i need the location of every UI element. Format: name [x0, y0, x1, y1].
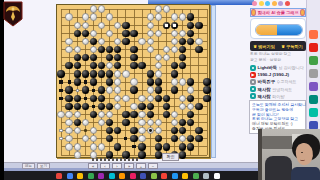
black-stone[interactable] [147, 103, 154, 110]
black-territory-marker[interactable] [132, 145, 135, 148]
white-stone[interactable] [171, 46, 178, 53]
black-stone[interactable] [187, 95, 194, 102]
confirm-button[interactable]: 확인 [162, 153, 179, 161]
white-stone[interactable] [138, 135, 145, 142]
white-stone[interactable] [114, 78, 121, 85]
white-stone[interactable] [147, 38, 154, 45]
black-stone[interactable] [65, 62, 72, 69]
white-stone[interactable] [65, 143, 72, 150]
white-territory-marker[interactable] [76, 89, 79, 92]
black-stone[interactable] [130, 30, 137, 37]
white-stone[interactable] [106, 86, 113, 93]
white-stone[interactable] [130, 78, 137, 85]
black-stone[interactable] [195, 103, 202, 110]
white-stone[interactable] [155, 62, 162, 69]
black-stone[interactable] [179, 151, 186, 158]
black-stone[interactable] [98, 46, 105, 53]
white-stone[interactable] [82, 13, 89, 20]
white-stone[interactable] [147, 95, 154, 102]
white-territory-marker[interactable] [59, 129, 62, 132]
black-stone[interactable] [155, 86, 162, 93]
subtext-line: 광고 문의 · 설명란 [250, 58, 306, 64]
winrate-gauge-box [250, 18, 306, 39]
sidebar-app-icon[interactable] [309, 30, 318, 39]
black-stone[interactable] [90, 38, 97, 45]
white-stone[interactable] [65, 111, 72, 118]
black-stone[interactable] [195, 135, 202, 142]
white-stone[interactable] [74, 151, 81, 158]
white-stone[interactable] [114, 70, 121, 77]
white-stone[interactable] [179, 78, 186, 85]
white-stone[interactable] [90, 46, 97, 53]
black-stone[interactable] [147, 78, 154, 85]
black-stone[interactable] [163, 95, 170, 102]
black-stone[interactable] [187, 119, 194, 126]
black-stone[interactable] [203, 86, 210, 93]
black-stone[interactable] [179, 46, 186, 53]
black-stone[interactable] [65, 103, 72, 110]
white-stone[interactable] [155, 70, 162, 77]
white-stone[interactable] [114, 103, 121, 110]
black-stone[interactable] [179, 62, 186, 69]
white-stone[interactable] [147, 13, 154, 20]
white-stone[interactable] [179, 135, 186, 142]
white-stone[interactable] [98, 22, 105, 29]
board-side-scrollbar[interactable] [211, 5, 216, 158]
taskbar-app-icon[interactable] [151, 173, 157, 179]
white-stone[interactable] [171, 111, 178, 118]
black-stone[interactable] [114, 62, 121, 69]
title-emoji-icons [252, 1, 290, 7]
black-stone[interactable] [90, 70, 97, 77]
nav-button[interactable]: ‹ [100, 163, 110, 169]
chat-row[interactable]: 왜사람안녕하세요 [250, 86, 306, 93]
white-stone[interactable] [65, 135, 72, 142]
taskbar-app-icon[interactable] [98, 173, 104, 179]
white-stone[interactable] [90, 30, 97, 37]
white-stone[interactable] [106, 30, 113, 37]
white-stone[interactable] [65, 38, 72, 45]
white-stone[interactable] [106, 111, 113, 118]
white-stone[interactable] [65, 46, 72, 53]
black-territory-marker[interactable] [59, 80, 62, 83]
move-navigation[interactable]: «‹›»+− [88, 163, 158, 169]
black-stone[interactable] [82, 70, 89, 77]
black-stone[interactable] [130, 86, 137, 93]
taskbar-app-icon[interactable] [119, 173, 125, 179]
black-territory-marker[interactable] [84, 80, 87, 83]
white-stone[interactable] [122, 70, 129, 77]
sidebar-app-icon[interactable] [309, 108, 318, 117]
chat-row[interactable]: 바둑친구수고하세요 [250, 78, 306, 85]
black-stone[interactable] [187, 13, 194, 20]
black-territory-marker[interactable] [68, 80, 71, 83]
black-stone[interactable] [65, 95, 72, 102]
black-stone[interactable] [138, 151, 145, 158]
black-stone[interactable] [195, 127, 202, 134]
white-stone[interactable] [138, 119, 145, 126]
white-stone[interactable] [90, 143, 97, 150]
white-stone[interactable] [82, 135, 89, 142]
nav-button[interactable]: − [148, 163, 158, 169]
nav-button[interactable]: › [112, 163, 122, 169]
chat-message: 화이팅! [272, 94, 285, 99]
white-stone[interactable] [179, 30, 186, 37]
menu-button[interactable]: 메뉴 [22, 163, 35, 169]
taskbar-app-icon[interactable] [193, 173, 199, 179]
black-stone[interactable] [57, 70, 64, 77]
white-stone[interactable] [138, 127, 145, 134]
taskbar-app-icon[interactable] [130, 173, 136, 179]
white-stone[interactable] [155, 127, 162, 134]
white-stone[interactable] [98, 143, 105, 150]
black-stone[interactable] [114, 143, 121, 150]
person-body [291, 167, 320, 180]
taskbar-app-icon[interactable] [172, 173, 178, 179]
black-stone[interactable] [90, 95, 97, 102]
black-stone[interactable] [106, 103, 113, 110]
chair-back [265, 156, 292, 180]
black-stone[interactable] [187, 135, 194, 142]
view-button[interactable]: 보기 [37, 163, 50, 169]
status-mark [108, 158, 110, 161]
black-stone[interactable] [179, 119, 186, 126]
black-stone[interactable] [155, 135, 162, 142]
white-stone[interactable] [74, 22, 81, 29]
black-stone[interactable] [163, 111, 170, 118]
status-mark [104, 158, 106, 161]
sidebar-app-icon[interactable] [309, 95, 318, 104]
black-stone[interactable] [195, 46, 202, 53]
black-stone[interactable] [90, 62, 97, 69]
white-stone[interactable] [171, 30, 178, 37]
white-stone[interactable] [65, 13, 72, 20]
white-stone[interactable] [179, 95, 186, 102]
go-board[interactable] [56, 4, 210, 158]
black-stone[interactable] [187, 111, 194, 118]
white-stone[interactable] [98, 5, 105, 12]
taskbar-app-icon[interactable] [140, 173, 146, 179]
status-mark [100, 158, 102, 161]
black-stone[interactable] [106, 46, 113, 53]
black-stone[interactable] [163, 103, 170, 110]
black-stone[interactable] [90, 111, 97, 118]
cta-bar: ♛ 멤버가입 ♛ 구독하기 [250, 41, 306, 51]
status-mark [116, 158, 118, 161]
black-stone[interactable] [74, 119, 81, 126]
chat-username: 왜사람 [258, 94, 271, 99]
white-stone[interactable] [90, 127, 97, 134]
black-stone[interactable] [82, 30, 89, 37]
white-stone[interactable] [90, 135, 97, 142]
black-stone[interactable] [171, 127, 178, 134]
chat-username: Light바둑 [258, 65, 278, 70]
white-stone[interactable] [74, 127, 81, 134]
winrate-header: 힘내라 AI 승률 그래프 [250, 8, 306, 17]
black-territory-marker[interactable] [59, 97, 62, 100]
white-stone[interactable] [163, 46, 170, 53]
white-stone[interactable] [57, 111, 64, 118]
sidebar-app-icon[interactable] [309, 56, 318, 65]
white-stone[interactable] [114, 95, 121, 102]
member-badge-icon [250, 86, 256, 92]
black-stone[interactable] [106, 78, 113, 85]
black-stone[interactable] [179, 127, 186, 134]
black-stone[interactable] [82, 103, 89, 110]
black-stone[interactable] [179, 38, 186, 45]
taskbar-app-icon[interactable] [203, 173, 209, 179]
nav-button[interactable]: » [124, 163, 134, 169]
subscribe-button[interactable]: ♛ 구독하기 [281, 44, 303, 49]
white-stone[interactable] [74, 111, 81, 118]
person-smile [300, 158, 305, 161]
title-emoji-icon[interactable] [252, 1, 257, 6]
white-stone[interactable] [138, 38, 145, 45]
black-stone[interactable] [203, 95, 210, 102]
black-stone[interactable] [155, 78, 162, 85]
black-stone[interactable] [171, 70, 178, 77]
white-stone[interactable] [179, 13, 186, 20]
chat-row[interactable]: 왜사람화이팅! [250, 93, 306, 100]
black-stone[interactable] [147, 70, 154, 77]
black-stone[interactable] [171, 86, 178, 93]
dead-stone-marker[interactable] [173, 24, 176, 27]
white-stone[interactable] [155, 30, 162, 37]
white-stone[interactable] [138, 111, 145, 118]
black-stone[interactable] [106, 70, 113, 77]
title-emoji-icon[interactable] [265, 1, 270, 6]
white-stone[interactable] [138, 95, 145, 102]
status-mark [96, 158, 98, 161]
white-stone[interactable] [155, 119, 162, 126]
white-stone[interactable] [106, 62, 113, 69]
membership-button[interactable]: ♛ 멤버가입 [253, 44, 275, 49]
white-stone[interactable] [147, 119, 154, 126]
status-mark [136, 158, 138, 161]
white-stone[interactable] [171, 38, 178, 45]
panel-subtext: 후원 안내는 설명란 참고 광고 문의 · 설명란 [250, 52, 306, 63]
grid-line [166, 9, 167, 155]
black-stone[interactable] [138, 143, 145, 150]
black-stone[interactable] [130, 127, 137, 134]
mascot-icon [300, 9, 305, 16]
white-stone[interactable] [187, 103, 194, 110]
white-stone[interactable] [187, 86, 194, 93]
winrate-title: 힘내라 AI 승률 그래프 [257, 10, 298, 15]
black-stone[interactable] [195, 22, 202, 29]
white-stone[interactable] [163, 54, 170, 61]
black-stone[interactable] [147, 111, 154, 118]
white-stone[interactable] [114, 22, 121, 29]
white-stone[interactable] [98, 111, 105, 118]
white-stone[interactable] [155, 54, 162, 61]
black-stone[interactable] [179, 143, 186, 150]
white-stone[interactable] [82, 119, 89, 126]
white-stone[interactable] [122, 95, 129, 102]
white-territory-marker[interactable] [59, 137, 62, 140]
title-emoji-icon[interactable] [285, 1, 290, 6]
white-stone[interactable] [98, 38, 105, 45]
black-stone[interactable] [106, 119, 113, 126]
black-stone[interactable] [74, 70, 81, 77]
black-stone[interactable] [98, 70, 105, 77]
black-stone[interactable] [90, 78, 97, 85]
white-stone[interactable] [147, 86, 154, 93]
move-marker[interactable] [149, 129, 152, 132]
black-stone[interactable] [187, 78, 194, 85]
chat-username: 바둑친구 [258, 79, 276, 84]
black-territory-marker[interactable] [84, 97, 87, 100]
title-emoji-icon[interactable] [259, 1, 264, 6]
winrate-blue-bar [277, 25, 302, 35]
mascot-icon [251, 9, 256, 16]
white-stone[interactable] [155, 5, 162, 12]
white-stone[interactable] [179, 103, 186, 110]
black-stone[interactable] [130, 46, 137, 53]
taskbar-app-icon[interactable] [182, 173, 188, 179]
white-stone[interactable] [90, 5, 97, 12]
black-stone[interactable] [98, 103, 105, 110]
nav-button[interactable]: + [136, 163, 146, 169]
black-territory-marker[interactable] [92, 105, 95, 108]
black-stone[interactable] [155, 151, 162, 158]
black-stone[interactable] [203, 78, 210, 85]
black-stone[interactable] [163, 143, 170, 150]
black-stone[interactable] [114, 127, 121, 134]
title-emoji-icon[interactable] [272, 1, 277, 6]
chat-username: 왜사람 [258, 87, 271, 92]
white-stone[interactable] [74, 143, 81, 150]
white-stone[interactable] [171, 13, 178, 20]
white-stone[interactable] [65, 119, 72, 126]
white-stone[interactable] [155, 13, 162, 20]
black-stone[interactable] [122, 30, 129, 37]
white-stone[interactable] [163, 5, 170, 12]
white-stone[interactable] [147, 46, 154, 53]
black-stone[interactable] [74, 30, 81, 37]
black-territory-marker[interactable] [59, 89, 62, 92]
white-stone[interactable] [114, 86, 121, 93]
black-stone[interactable] [122, 119, 129, 126]
black-stone[interactable] [187, 38, 194, 45]
chat-message: 안녕하세요 [272, 87, 292, 92]
white-stone[interactable] [114, 38, 121, 45]
black-stone[interactable] [155, 143, 162, 150]
black-stone[interactable] [74, 103, 81, 110]
black-stone[interactable] [171, 135, 178, 142]
black-stone[interactable] [138, 62, 145, 69]
status-mark [124, 158, 126, 161]
right-toolbar-icons [309, 30, 318, 130]
dead-stone-marker[interactable] [165, 24, 168, 27]
chat-row[interactable]: ▶1990-J (1990-J) [250, 71, 306, 78]
black-stone[interactable] [187, 22, 194, 29]
nav-button[interactable]: « [88, 163, 98, 169]
black-stone[interactable] [82, 54, 89, 61]
chat-list[interactable]: Light바둑님 감사합니다▶1990-J (1990-J)바둑친구수고하세요왜… [250, 64, 306, 100]
white-stone[interactable] [106, 13, 113, 20]
white-stone[interactable] [147, 30, 154, 37]
status-mark [92, 158, 94, 161]
taskbar-app-icon[interactable] [161, 173, 167, 179]
black-stone[interactable] [74, 95, 81, 102]
chat-message: 님 감사합니다 [279, 65, 304, 70]
black-stone[interactable] [130, 111, 137, 118]
taskbar-icons[interactable] [56, 173, 220, 179]
white-stone[interactable] [98, 119, 105, 126]
white-stone[interactable] [147, 22, 154, 29]
black-territory-marker[interactable] [92, 89, 95, 92]
black-stone[interactable] [130, 54, 137, 61]
black-stone[interactable] [122, 38, 129, 45]
black-stone[interactable] [82, 86, 89, 93]
white-stone[interactable] [171, 78, 178, 85]
black-stone[interactable] [171, 62, 178, 69]
black-stone[interactable] [122, 22, 129, 29]
webcam-view [258, 129, 320, 180]
status-mark [132, 158, 134, 161]
taskbar-app-icon[interactable] [56, 173, 62, 179]
chat-username: 1990-J (1990-J) [258, 72, 290, 77]
black-stone[interactable] [187, 30, 194, 37]
black-stone[interactable] [122, 111, 129, 118]
white-stone[interactable] [130, 103, 137, 110]
title-emoji-icon[interactable] [278, 1, 283, 6]
black-stone[interactable] [155, 95, 162, 102]
black-stone[interactable] [98, 86, 105, 93]
black-stone[interactable] [65, 86, 72, 93]
star-point [84, 129, 86, 131]
white-stone[interactable] [90, 13, 97, 20]
sidebar-app-icon[interactable] [309, 69, 318, 78]
chat-row[interactable]: Light바둑님 감사합니다 [250, 64, 306, 71]
white-stone[interactable] [82, 38, 89, 45]
black-stone[interactable] [179, 54, 186, 61]
black-stone[interactable] [187, 143, 194, 150]
background-shelf [262, 136, 296, 149]
white-stone[interactable] [82, 22, 89, 29]
black-stone[interactable] [138, 103, 145, 110]
white-stone[interactable] [65, 127, 72, 134]
black-stone[interactable] [74, 62, 81, 69]
black-stone[interactable] [74, 78, 81, 85]
black-stone[interactable] [90, 54, 97, 61]
black-stone[interactable] [106, 135, 113, 142]
taskbar-app-icon[interactable] [88, 173, 94, 179]
black-stone[interactable] [98, 95, 105, 102]
white-stone[interactable] [195, 38, 202, 45]
taskbar-app-icon[interactable] [214, 173, 220, 179]
black-stone[interactable] [130, 135, 137, 142]
black-stone[interactable] [74, 54, 81, 61]
sidebar-app-icon[interactable] [309, 43, 318, 52]
black-stone[interactable] [130, 62, 137, 69]
black-stone[interactable] [114, 54, 121, 61]
taskbar-app-icon[interactable] [67, 173, 73, 179]
phoenix-shield-logo [3, 1, 23, 27]
member-badge-icon [250, 65, 256, 71]
black-territory-marker[interactable] [124, 137, 127, 140]
white-stone[interactable] [171, 119, 178, 126]
black-stone[interactable] [106, 54, 113, 61]
white-stone[interactable] [74, 46, 81, 53]
black-stone[interactable] [98, 62, 105, 69]
black-stone[interactable] [114, 46, 121, 53]
black-stone[interactable] [106, 127, 113, 134]
taskbar-app-icon[interactable] [77, 173, 83, 179]
taskbar-app-icon[interactable] [109, 173, 115, 179]
sidebar-app-icon[interactable] [309, 82, 318, 91]
